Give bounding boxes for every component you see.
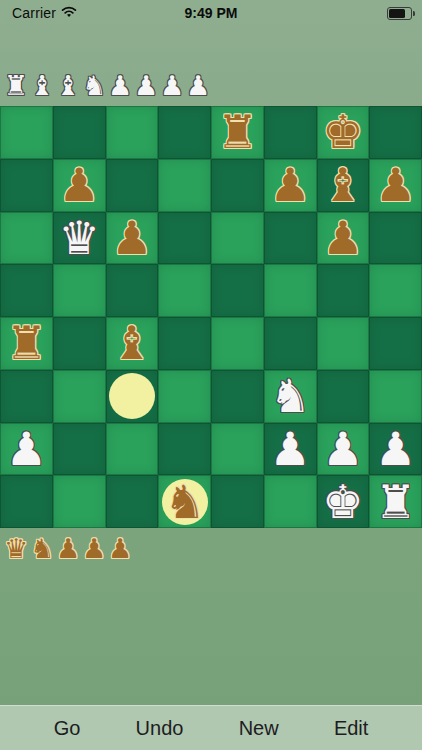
black-knight[interactable]: ♞ — [164, 476, 205, 528]
square-f7[interactable]: ♟ — [264, 159, 317, 212]
square-d4[interactable] — [158, 317, 211, 370]
square-a1[interactable] — [0, 475, 53, 528]
captured-white-pawn: ♟ — [159, 68, 185, 104]
status-bar-left: Carrier — [12, 5, 77, 21]
battery-icon — [387, 7, 412, 20]
white-pawn[interactable]: ♟ — [270, 423, 311, 475]
white-king[interactable]: ♚ — [322, 476, 363, 528]
square-d1[interactable]: ♞ — [158, 475, 211, 528]
square-e7[interactable] — [211, 159, 264, 212]
captured-black-pawn: ♟ — [55, 531, 81, 567]
black-king[interactable]: ♚ — [322, 106, 363, 158]
square-c1[interactable] — [106, 475, 159, 528]
square-a2[interactable]: ♟ — [0, 423, 53, 476]
square-b6[interactable]: ♛ — [53, 212, 106, 265]
square-e6[interactable] — [211, 212, 264, 265]
square-e4[interactable] — [211, 317, 264, 370]
square-h2[interactable]: ♟ — [369, 423, 422, 476]
square-e5[interactable] — [211, 264, 264, 317]
wifi-icon — [61, 5, 77, 21]
captured-white-knight: ♞ — [81, 68, 107, 104]
square-b3[interactable] — [53, 370, 106, 423]
square-c6[interactable]: ♟ — [106, 212, 159, 265]
square-b5[interactable] — [53, 264, 106, 317]
square-c4[interactable]: ♝ — [106, 317, 159, 370]
square-h8[interactable] — [369, 106, 422, 159]
square-f3[interactable]: ♞ — [264, 370, 317, 423]
square-e2[interactable] — [211, 423, 264, 476]
square-g3[interactable] — [317, 370, 370, 423]
captured-white-pawn: ♟ — [107, 68, 133, 104]
black-rook[interactable]: ♜ — [217, 106, 258, 158]
black-rook[interactable]: ♜ — [6, 317, 47, 369]
chess-board: ♜♚♟♟♝♟♛♟♟♜♝♞♟♟♟♟♞♚♜ — [0, 106, 422, 528]
black-pawn[interactable]: ♟ — [322, 212, 363, 264]
bottom-toolbar: Go Undo New Edit — [0, 705, 422, 750]
square-b1[interactable] — [53, 475, 106, 528]
square-c5[interactable] — [106, 264, 159, 317]
captured-black-knight: ♞ — [29, 531, 55, 567]
square-g7[interactable]: ♝ — [317, 159, 370, 212]
square-g8[interactable]: ♚ — [317, 106, 370, 159]
square-h3[interactable] — [369, 370, 422, 423]
square-h7[interactable]: ♟ — [369, 159, 422, 212]
square-d5[interactable] — [158, 264, 211, 317]
square-c8[interactable] — [106, 106, 159, 159]
square-d6[interactable] — [158, 212, 211, 265]
square-c3[interactable] — [106, 370, 159, 423]
square-e3[interactable] — [211, 370, 264, 423]
captured-white-bishop: ♝ — [29, 68, 55, 104]
square-h5[interactable] — [369, 264, 422, 317]
square-a8[interactable] — [0, 106, 53, 159]
square-c7[interactable] — [106, 159, 159, 212]
square-b7[interactable]: ♟ — [53, 159, 106, 212]
carrier-label: Carrier — [12, 5, 56, 21]
square-e1[interactable] — [211, 475, 264, 528]
square-b4[interactable] — [53, 317, 106, 370]
square-g6[interactable]: ♟ — [317, 212, 370, 265]
captured-black-pieces-tray: ♛♞♟♟♟ — [3, 531, 133, 567]
white-rook[interactable]: ♜ — [375, 476, 416, 528]
square-h1[interactable]: ♜ — [369, 475, 422, 528]
square-g1[interactable]: ♚ — [317, 475, 370, 528]
square-f8[interactable] — [264, 106, 317, 159]
square-g4[interactable] — [317, 317, 370, 370]
white-queen[interactable]: ♛ — [59, 212, 100, 264]
edit-button[interactable]: Edit — [328, 713, 374, 744]
captured-black-queen: ♛ — [3, 531, 29, 567]
square-d7[interactable] — [158, 159, 211, 212]
square-b8[interactable] — [53, 106, 106, 159]
white-pawn[interactable]: ♟ — [322, 423, 363, 475]
captured-white-pawn: ♟ — [133, 68, 159, 104]
square-f2[interactable]: ♟ — [264, 423, 317, 476]
captured-white-pieces-tray: ♜♝♝♞♟♟♟♟ — [3, 68, 211, 104]
square-b2[interactable] — [53, 423, 106, 476]
square-f1[interactable] — [264, 475, 317, 528]
status-bar: Carrier 9:49 PM — [0, 0, 422, 26]
black-pawn[interactable]: ♟ — [59, 159, 100, 211]
captured-white-bishop: ♝ — [55, 68, 81, 104]
black-bishop[interactable]: ♝ — [111, 317, 152, 369]
square-a4[interactable]: ♜ — [0, 317, 53, 370]
square-c2[interactable] — [106, 423, 159, 476]
black-pawn[interactable]: ♟ — [375, 159, 416, 211]
square-a7[interactable] — [0, 159, 53, 212]
undo-button[interactable]: Undo — [130, 713, 190, 744]
white-pawn[interactable]: ♟ — [375, 423, 416, 475]
square-f4[interactable] — [264, 317, 317, 370]
white-pawn[interactable]: ♟ — [6, 423, 47, 475]
square-a3[interactable] — [0, 370, 53, 423]
square-a6[interactable] — [0, 212, 53, 265]
go-button[interactable]: Go — [48, 713, 87, 744]
black-pawn[interactable]: ♟ — [270, 159, 311, 211]
square-d3[interactable] — [158, 370, 211, 423]
square-e8[interactable]: ♜ — [211, 106, 264, 159]
square-f5[interactable] — [264, 264, 317, 317]
white-knight[interactable]: ♞ — [270, 370, 311, 422]
square-a5[interactable] — [0, 264, 53, 317]
captured-black-pawn: ♟ — [81, 531, 107, 567]
square-f6[interactable] — [264, 212, 317, 265]
square-g2[interactable]: ♟ — [317, 423, 370, 476]
square-g5[interactable] — [317, 264, 370, 317]
square-h6[interactable] — [369, 212, 422, 265]
chess-app-screen: Carrier 9:49 PM ♜♝♝♞♟♟♟♟ ♜♚♟♟♝♟♛♟♟♜♝♞♟♟♟… — [0, 0, 422, 750]
captured-black-pawn: ♟ — [107, 531, 133, 567]
status-bar-right — [387, 7, 412, 20]
move-highlight-c3 — [109, 373, 155, 419]
black-pawn[interactable]: ♟ — [111, 212, 152, 264]
black-bishop[interactable]: ♝ — [322, 159, 363, 211]
square-d2[interactable] — [158, 423, 211, 476]
square-d8[interactable] — [158, 106, 211, 159]
square-h4[interactable] — [369, 317, 422, 370]
captured-white-rook: ♜ — [3, 68, 29, 104]
captured-white-pawn: ♟ — [185, 68, 211, 104]
new-button[interactable]: New — [233, 713, 285, 744]
